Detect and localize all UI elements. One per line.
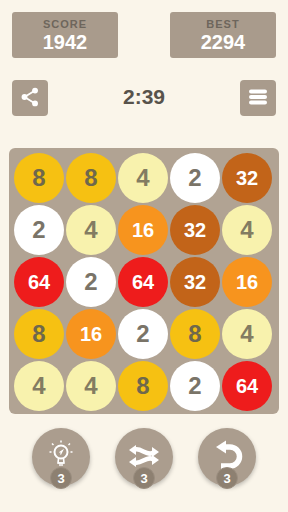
tile-r5c3-8[interactable]: 8 xyxy=(118,361,168,411)
best-value: 2294 xyxy=(201,31,246,53)
tile-r3c5-16[interactable]: 16 xyxy=(222,257,272,307)
tile-r1c3-4[interactable]: 4 xyxy=(118,153,168,203)
best-label: BEST xyxy=(206,17,239,31)
tile-r4c4-8[interactable]: 8 xyxy=(170,309,220,359)
best-box: BEST 2294 xyxy=(170,12,276,58)
score-label: SCORE xyxy=(43,17,87,31)
shuffle-count-badge: 3 xyxy=(133,467,155,489)
tile-r2c3-16[interactable]: 16 xyxy=(118,205,168,255)
menu-button[interactable] xyxy=(240,80,276,116)
tile-r3c1-64[interactable]: 64 xyxy=(14,257,64,307)
tile-r4c2-16[interactable]: 16 xyxy=(66,309,116,359)
tile-r3c4-32[interactable]: 32 xyxy=(170,257,220,307)
tile-r2c1-2[interactable]: 2 xyxy=(14,205,64,255)
score-box: SCORE 1942 xyxy=(12,12,118,58)
undo-button[interactable]: 3 xyxy=(198,428,256,486)
tile-r2c4-32[interactable]: 32 xyxy=(170,205,220,255)
tile-r2c2-4[interactable]: 4 xyxy=(66,205,116,255)
tile-r5c1-4[interactable]: 4 xyxy=(14,361,64,411)
toolbar: 2:39 xyxy=(0,80,288,116)
tile-r5c5-64[interactable]: 64 xyxy=(222,361,272,411)
shuffle-button[interactable]: 3 xyxy=(115,428,173,486)
hint-button[interactable]: 3 xyxy=(32,428,90,486)
tile-r1c2-8[interactable]: 8 xyxy=(66,153,116,203)
tile-r1c1-8[interactable]: 8 xyxy=(14,153,64,203)
tile-r3c2-2[interactable]: 2 xyxy=(66,257,116,307)
tile-r4c5-4[interactable]: 4 xyxy=(222,309,272,359)
tile-r5c4-2[interactable]: 2 xyxy=(170,361,220,411)
stats-row: SCORE 1942 BEST 2294 xyxy=(0,12,288,58)
tile-r4c1-8[interactable]: 8 xyxy=(14,309,64,359)
tile-r1c5-32[interactable]: 32 xyxy=(222,153,272,203)
tile-r5c2-4[interactable]: 4 xyxy=(66,361,116,411)
tile-r1c4-2[interactable]: 2 xyxy=(170,153,220,203)
hint-count-badge: 3 xyxy=(50,467,72,489)
hamburger-menu-icon xyxy=(246,85,270,112)
score-value: 1942 xyxy=(43,31,88,53)
tile-r4c3-2[interactable]: 2 xyxy=(118,309,168,359)
undo-count-badge: 3 xyxy=(216,467,238,489)
board[interactable]: 8842322416324642643216816284448264 xyxy=(9,148,279,414)
controls: 3 3 3 xyxy=(0,428,288,490)
tile-r3c3-64[interactable]: 64 xyxy=(118,257,168,307)
tile-r2c5-4[interactable]: 4 xyxy=(222,205,272,255)
